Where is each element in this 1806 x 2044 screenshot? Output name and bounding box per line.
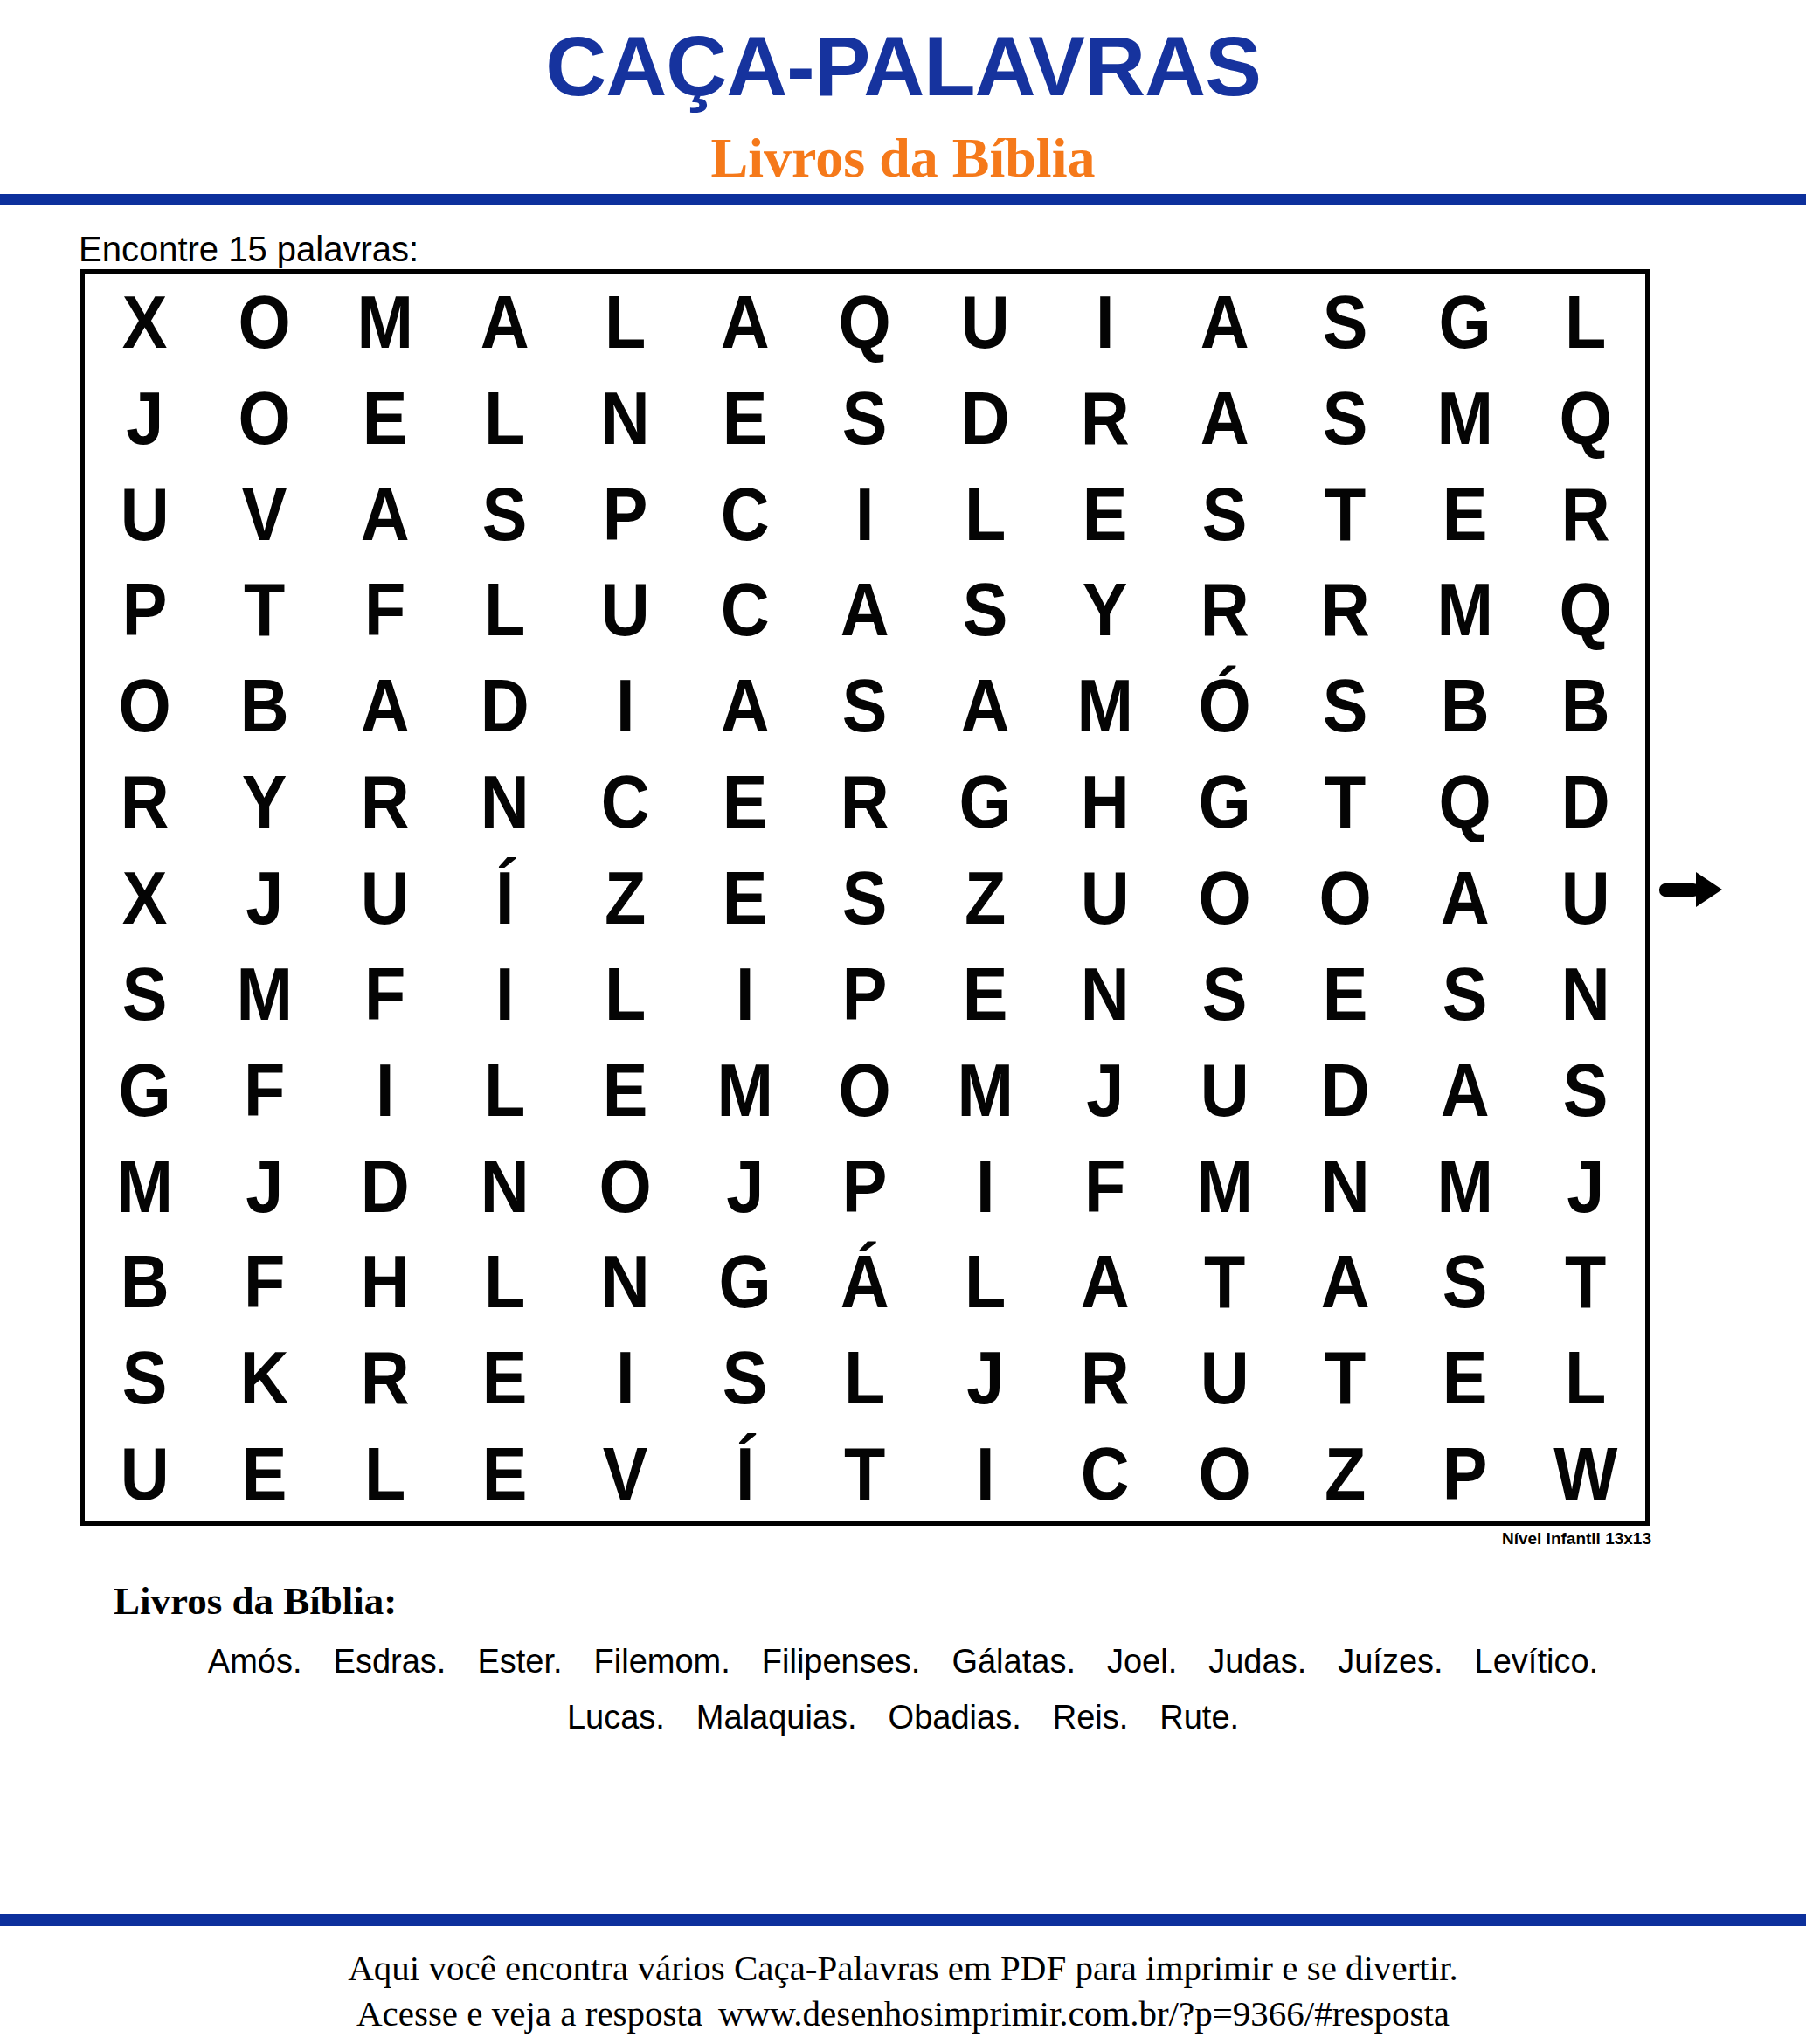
grid-cell[interactable]: O [91,657,199,753]
grid-cell[interactable]: J [91,370,199,466]
grid-cell[interactable]: U [91,1425,199,1521]
grid-cell[interactable]: N [571,370,679,466]
word-list-item: Levítico. [1475,1643,1599,1680]
grid-cell[interactable]: K [211,1329,319,1425]
word-list-item: Obadias. [889,1699,1021,1736]
grid-cell[interactable]: A [1411,1042,1519,1138]
grid-cell[interactable]: M [1411,1138,1519,1234]
footer-cta: Acesse e veja a resposta www.desenhosimp… [0,1992,1806,2034]
grid-cell[interactable]: A [1291,1233,1400,1329]
grid-cell[interactable]: S [451,466,559,562]
word-list-item: Joel. [1107,1643,1177,1680]
grid-cell[interactable]: H [1051,753,1159,849]
grid-cell[interactable]: J [211,1138,319,1234]
word-list-item: Ester. [477,1643,562,1680]
grid-cell[interactable]: R [1051,1329,1159,1425]
grid-cell[interactable]: S [1531,1042,1639,1138]
grid-cell[interactable]: I [451,946,559,1042]
grid-cell[interactable]: S [811,849,919,946]
grid-cell[interactable]: U [1531,849,1639,946]
grid-cell[interactable]: F [331,562,439,658]
grid-cell[interactable]: C [691,466,799,562]
grid-cell[interactable]: J [211,849,319,946]
grid-cell[interactable]: O [211,370,319,466]
grid-cell[interactable]: M [931,1042,1040,1138]
grid-cell[interactable]: J [1051,1042,1159,1138]
grid-cell[interactable]: G [931,753,1040,849]
grid-cell[interactable]: T [1171,1233,1279,1329]
footer-cta-prefix: Acesse e veja a resposta [356,1992,702,2034]
grid-cell[interactable]: S [91,946,199,1042]
grid-cell[interactable]: T [1291,753,1400,849]
grid-cell[interactable]: Í [451,849,559,946]
grid-cell[interactable]: L [451,1042,559,1138]
grid-cell[interactable]: R [1051,370,1159,466]
grid-cell[interactable]: T [1291,1329,1400,1425]
grid-cell[interactable]: A [1171,370,1279,466]
footer-divider [0,1914,1806,1926]
grid-cell[interactable]: M [211,946,319,1042]
grid-cell[interactable]: N [451,1138,559,1234]
word-list-item: Reis. [1053,1699,1129,1736]
word-list-item: Filipenses. [762,1643,921,1680]
grid-cell[interactable]: L [451,370,559,466]
grid-cell[interactable]: R [1291,562,1400,658]
grid-cell[interactable]: E [1411,1329,1519,1425]
grid-cell[interactable]: Í [691,1425,799,1521]
grid-cell[interactable]: L [931,1233,1040,1329]
grid-cell[interactable]: A [1051,1233,1159,1329]
grid-cell[interactable]: O [1291,849,1400,946]
word-list-item: Rute. [1159,1699,1239,1736]
footer-text: Aqui você encontra vários Caça-Palavras … [0,1947,1806,1989]
grid-cell[interactable]: E [691,370,799,466]
grid-cell[interactable]: O [811,1042,919,1138]
grid-cell[interactable]: F [211,1042,319,1138]
grid-cell[interactable]: J [691,1138,799,1234]
grid-cell[interactable]: I [931,1425,1040,1521]
grid-cell[interactable]: M [1411,370,1519,466]
grid-cell[interactable]: S [1171,466,1279,562]
grid-cell[interactable]: I [1051,274,1159,370]
grid-cell[interactable]: P [571,466,679,562]
grid-cell[interactable]: A [331,466,439,562]
grid-cell[interactable]: M [331,274,439,370]
grid-cell[interactable]: Ó [1171,657,1279,753]
grid-cell[interactable]: G [691,1233,799,1329]
grid-cell[interactable]: Y [211,753,319,849]
grid-cell[interactable]: M [1051,657,1159,753]
grid-cell[interactable]: F [211,1233,319,1329]
grid-cell[interactable]: C [571,753,679,849]
grid-cell[interactable]: E [1291,946,1400,1042]
grid-cell[interactable]: G [1171,753,1279,849]
instruction-text: Encontre 15 palavras: [79,230,419,269]
grid-cell[interactable]: R [331,1329,439,1425]
grid-cell[interactable]: L [451,562,559,658]
grid-cell[interactable]: I [571,657,679,753]
grid-cell[interactable]: I [691,946,799,1042]
word-list-item: Gálatas. [951,1643,1076,1680]
word-search-grid: XOMALAQUIASGLJOELNESDRASMQUVASPCILESTERP… [80,269,1650,1526]
grid-cell[interactable]: S [91,1329,199,1425]
grid-cell[interactable]: L [331,1425,439,1521]
grid-cell[interactable]: A [1411,849,1519,946]
grid-cell[interactable]: L [571,274,679,370]
grid-cell[interactable]: U [91,466,199,562]
word-list-item: Juízes. [1338,1643,1443,1680]
grid-cell[interactable]: D [451,657,559,753]
right-arrow-icon [1659,872,1726,907]
grid-cell[interactable]: O [1171,849,1279,946]
grid-cell[interactable]: I [811,466,919,562]
grid-cell[interactable]: L [1531,1329,1639,1425]
grid-cell[interactable]: D [1531,753,1639,849]
grid-cell[interactable]: S [691,1329,799,1425]
grid-cell[interactable]: Z [571,849,679,946]
grid-cell[interactable]: O [1171,1425,1279,1521]
word-list-item: Esdras. [334,1643,446,1680]
grid-cell[interactable]: N [1291,1138,1400,1234]
grid-cell[interactable]: O [211,274,319,370]
grid-cell[interactable]: S [1411,1233,1519,1329]
grid-cell[interactable]: R [1531,466,1639,562]
grid-cell[interactable]: A [1171,274,1279,370]
page-title: CAÇA-PALAVRAS [0,17,1806,115]
grid-cell[interactable]: R [91,753,199,849]
grid-cell[interactable]: J [931,1329,1040,1425]
grid-cell[interactable]: E [331,370,439,466]
grid-cell[interactable]: U [571,562,679,658]
grid-cell[interactable]: R [1171,562,1279,658]
grid-cell[interactable]: L [1531,274,1639,370]
grid-cell[interactable]: S [1171,946,1279,1042]
grid-cell[interactable]: W [1531,1425,1639,1521]
grid-cell[interactable]: L [811,1329,919,1425]
grid-cell[interactable]: S [1411,946,1519,1042]
grid-cell[interactable]: C [691,562,799,658]
grid-cell[interactable]: U [331,849,439,946]
grid-cell[interactable]: U [931,274,1040,370]
grid-cell[interactable]: M [1411,562,1519,658]
word-list-line-1: Amós.Esdras.Ester.Filemom.Filipenses.Gál… [0,1643,1806,1680]
arrow-shaft [1659,883,1699,897]
word-list-item: Amós. [208,1643,302,1680]
grid-cell[interactable]: D [931,370,1040,466]
grid-cell[interactable]: N [571,1233,679,1329]
grid-cell[interactable]: Q [811,274,919,370]
grid-cell[interactable]: Q [1411,753,1519,849]
grid-cell[interactable]: Q [1531,370,1639,466]
grid-cell[interactable]: O [571,1138,679,1234]
grid-cell[interactable]: V [571,1425,679,1521]
grid-cell[interactable]: N [1051,946,1159,1042]
grid-cell[interactable]: A [811,562,919,658]
grid-cell[interactable]: A [331,657,439,753]
grid-cell[interactable]: A [691,274,799,370]
word-list-item: Malaquias. [696,1699,857,1736]
grid-cell[interactable]: A [691,657,799,753]
grid-cell[interactable]: F [331,946,439,1042]
grid-cell[interactable]: V [211,466,319,562]
grid-cell[interactable]: B [211,657,319,753]
grid-cell[interactable]: C [1051,1425,1159,1521]
grid-cell[interactable]: G [1411,274,1519,370]
grid-cell[interactable]: S [811,657,919,753]
word-list-item: Judas. [1208,1643,1306,1680]
level-caption: Nível Infantil 13x13 [1502,1529,1651,1549]
grid-cell[interactable]: S [931,562,1040,658]
grid-cell[interactable]: P [1411,1425,1519,1521]
grid-cell[interactable]: E [931,946,1040,1042]
grid-cell[interactable]: Z [1291,1425,1400,1521]
grid-cell[interactable]: B [1531,657,1639,753]
grid-cell[interactable]: E [571,1042,679,1138]
grid-cell[interactable]: R [331,753,439,849]
grid-cell[interactable]: D [1291,1042,1400,1138]
grid-cell[interactable]: E [1051,466,1159,562]
grid-cell[interactable]: T [1531,1233,1639,1329]
grid-cell[interactable]: L [931,466,1040,562]
grid-cell[interactable]: Z [931,849,1040,946]
grid-cell[interactable]: N [1531,946,1639,1042]
grid-cell[interactable]: T [811,1425,919,1521]
grid-cell[interactable]: E [691,849,799,946]
grid-cell[interactable]: H [331,1233,439,1329]
grid-cell[interactable]: M [91,1138,199,1234]
grid-cell[interactable]: M [1171,1138,1279,1234]
word-list-item: Filemom. [594,1643,730,1680]
grid-cell[interactable]: A [931,657,1040,753]
footer-url[interactable]: www.desenhosimprimir.com.br/?p=9366/#res… [718,1992,1450,2034]
grid-cell[interactable]: A [451,274,559,370]
grid-cell[interactable]: S [1291,657,1400,753]
grid-cell[interactable]: T [211,562,319,658]
grid-cell[interactable]: U [1051,849,1159,946]
grid-cell[interactable]: X [91,274,199,370]
grid-cell[interactable]: F [1051,1138,1159,1234]
grid-cell[interactable]: R [811,753,919,849]
word-list-heading: Livros da Bíblia: [114,1578,397,1624]
grid-cell[interactable]: E [691,753,799,849]
grid-cell[interactable]: P [811,946,919,1042]
grid-cell[interactable]: P [811,1138,919,1234]
grid-cell[interactable]: E [451,1425,559,1521]
grid-cell[interactable]: Q [1531,562,1639,658]
word-search-grid-cells: XOMALAQUIASGLJOELNESDRASMQUVASPCILESTERP… [85,274,1645,1521]
grid-cell[interactable]: T [1291,466,1400,562]
grid-cell[interactable]: U [1171,1329,1279,1425]
grid-cell[interactable]: U [1171,1042,1279,1138]
header-divider [0,194,1806,205]
grid-cell[interactable]: E [1411,466,1519,562]
grid-cell[interactable]: L [451,1233,559,1329]
arrow-head [1696,872,1722,907]
grid-cell[interactable]: M [691,1042,799,1138]
grid-cell[interactable]: S [1291,370,1400,466]
word-list-line-2: Lucas.Malaquias.Obadias.Reis.Rute. [0,1699,1806,1736]
grid-cell[interactable]: S [1291,274,1400,370]
grid-cell[interactable]: I [931,1138,1040,1234]
grid-cell[interactable]: E [211,1425,319,1521]
page: CAÇA-PALAVRAS Livros da Bíblia Encontre … [0,0,1806,2044]
grid-cell[interactable]: I [571,1329,679,1425]
page-subtitle: Livros da Bíblia [0,126,1806,191]
grid-cell[interactable]: Y [1051,562,1159,658]
grid-cell[interactable]: N [451,753,559,849]
grid-cell[interactable]: B [1411,657,1519,753]
grid-cell[interactable]: B [91,1233,199,1329]
grid-cell[interactable]: J [1531,1138,1639,1234]
grid-cell[interactable]: Á [811,1233,919,1329]
grid-cell[interactable]: S [811,370,919,466]
grid-cell[interactable]: P [91,562,199,658]
grid-cell[interactable]: E [451,1329,559,1425]
grid-cell[interactable]: G [91,1042,199,1138]
grid-cell[interactable]: D [331,1138,439,1234]
word-list-item: Lucas. [567,1699,665,1736]
grid-cell[interactable]: L [571,946,679,1042]
grid-cell[interactable]: X [91,849,199,946]
grid-cell[interactable]: I [331,1042,439,1138]
